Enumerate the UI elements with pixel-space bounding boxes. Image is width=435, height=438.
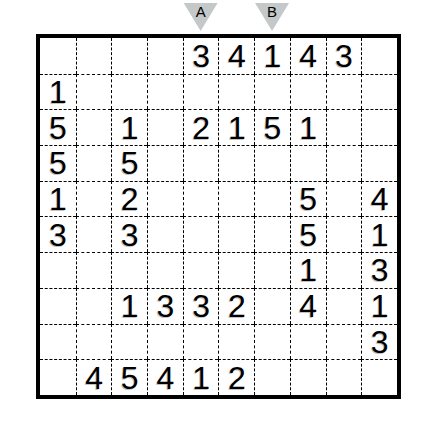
clue-number: 1 xyxy=(371,290,389,322)
cell-r10c2[interactable]: 4 xyxy=(76,359,112,395)
board: 341431512151551254335113133241345412 xyxy=(36,34,401,399)
cell-r1c10[interactable] xyxy=(361,38,397,74)
clue-number: 5 xyxy=(264,112,282,144)
cell-r8c2[interactable] xyxy=(76,288,112,324)
cell-r2c6[interactable] xyxy=(218,74,254,110)
cell-r4c9[interactable] xyxy=(326,145,362,181)
cell-r1c4[interactable] xyxy=(147,38,183,74)
cell-r4c8[interactable] xyxy=(290,145,326,181)
clue-number: 3 xyxy=(157,290,175,322)
clue-number: 3 xyxy=(335,40,353,72)
cell-r2c2[interactable] xyxy=(76,74,112,110)
cell-r8c10[interactable]: 1 xyxy=(361,288,397,324)
cell-r7c5[interactable] xyxy=(183,252,219,288)
cell-r10c9[interactable] xyxy=(326,359,362,395)
cell-r4c10[interactable] xyxy=(361,145,397,181)
cell-r9c3[interactable] xyxy=(111,324,147,360)
cell-r2c1[interactable]: 1 xyxy=(40,74,76,110)
cell-r1c1[interactable] xyxy=(40,38,76,74)
cell-r9c7[interactable] xyxy=(254,324,290,360)
cell-r1c8[interactable]: 4 xyxy=(290,38,326,74)
cell-r8c1[interactable] xyxy=(40,288,76,324)
cell-r8c9[interactable] xyxy=(326,288,362,324)
clue-number: 5 xyxy=(121,362,139,394)
cell-r3c5[interactable]: 2 xyxy=(183,109,219,145)
cell-r7c7[interactable] xyxy=(254,252,290,288)
column-marker-b-arrow-icon: B xyxy=(255,3,289,31)
cell-r5c10[interactable]: 4 xyxy=(361,181,397,217)
cell-r10c6[interactable]: 2 xyxy=(218,359,254,395)
cell-r4c5[interactable] xyxy=(183,145,219,181)
cell-r1c2[interactable] xyxy=(76,38,112,74)
clue-number: 2 xyxy=(121,183,139,215)
cell-r9c8[interactable] xyxy=(290,324,326,360)
cell-r8c8[interactable]: 4 xyxy=(290,288,326,324)
cell-r6c9[interactable] xyxy=(326,216,362,252)
cell-r5c4[interactable] xyxy=(147,181,183,217)
cell-r1c6[interactable]: 4 xyxy=(218,38,254,74)
cell-r6c5[interactable] xyxy=(183,216,219,252)
cell-r1c3[interactable] xyxy=(111,38,147,74)
cell-r8c5[interactable]: 3 xyxy=(183,288,219,324)
cell-r9c5[interactable] xyxy=(183,324,219,360)
puzzle-stage: A B 341431512151551254335113133241345412 xyxy=(0,0,435,438)
cell-r3c2[interactable] xyxy=(76,109,112,145)
cell-r5c6[interactable] xyxy=(218,181,254,217)
clue-number: 3 xyxy=(192,40,210,72)
cell-r3c3[interactable]: 1 xyxy=(111,109,147,145)
column-marker-a-label: A xyxy=(196,3,206,20)
cell-r6c3[interactable]: 3 xyxy=(111,216,147,252)
clue-number: 1 xyxy=(228,112,246,144)
clue-number: 5 xyxy=(49,112,67,144)
clue-number: 5 xyxy=(299,219,317,251)
cell-r4c2[interactable] xyxy=(76,145,112,181)
cell-r9c2[interactable] xyxy=(76,324,112,360)
clue-number: 3 xyxy=(192,290,210,322)
cell-r3c1[interactable]: 5 xyxy=(40,109,76,145)
clue-number: 1 xyxy=(121,112,139,144)
cell-r1c5[interactable]: 3 xyxy=(183,38,219,74)
clue-number: 2 xyxy=(228,290,246,322)
clue-number: 3 xyxy=(371,326,389,358)
cell-r2c10[interactable] xyxy=(361,74,397,110)
clue-number: 4 xyxy=(228,40,246,72)
cell-r5c9[interactable] xyxy=(326,181,362,217)
cell-r9c1[interactable] xyxy=(40,324,76,360)
cell-r5c2[interactable] xyxy=(76,181,112,217)
cell-r9c9[interactable] xyxy=(326,324,362,360)
clue-number: 4 xyxy=(371,183,389,215)
clue-number: 2 xyxy=(228,362,246,394)
cell-r4c4[interactable] xyxy=(147,145,183,181)
clue-number: 1 xyxy=(121,290,139,322)
clue-number: 1 xyxy=(49,183,67,215)
cell-r7c8[interactable]: 1 xyxy=(290,252,326,288)
cell-r8c6[interactable]: 2 xyxy=(218,288,254,324)
cell-r7c6[interactable] xyxy=(218,252,254,288)
cell-r7c2[interactable] xyxy=(76,252,112,288)
cell-r8c4[interactable]: 3 xyxy=(147,288,183,324)
cell-r2c8[interactable] xyxy=(290,74,326,110)
cell-r7c4[interactable] xyxy=(147,252,183,288)
clue-number: 1 xyxy=(192,362,210,394)
cell-r2c3[interactable] xyxy=(111,74,147,110)
clue-number: 5 xyxy=(49,147,67,179)
cell-r3c10[interactable] xyxy=(361,109,397,145)
cell-r3c7[interactable]: 5 xyxy=(254,109,290,145)
clue-number: 1 xyxy=(264,40,282,72)
cell-r8c3[interactable]: 1 xyxy=(111,288,147,324)
cell-r7c3[interactable] xyxy=(111,252,147,288)
clue-number: 4 xyxy=(157,362,175,394)
clue-number: 4 xyxy=(85,362,103,394)
cell-r2c5[interactable] xyxy=(183,74,219,110)
cell-r4c7[interactable] xyxy=(254,145,290,181)
cell-r9c10[interactable]: 3 xyxy=(361,324,397,360)
cell-r2c4[interactable] xyxy=(147,74,183,110)
cell-r6c2[interactable] xyxy=(76,216,112,252)
cell-r4c3[interactable]: 5 xyxy=(111,145,147,181)
clue-number: 1 xyxy=(299,112,317,144)
column-marker-b-label: B xyxy=(267,3,277,20)
cell-r10c5[interactable]: 1 xyxy=(183,359,219,395)
cell-r6c8[interactable]: 5 xyxy=(290,216,326,252)
cell-r6c4[interactable] xyxy=(147,216,183,252)
cell-r10c10[interactable] xyxy=(361,359,397,395)
clue-number: 4 xyxy=(299,290,317,322)
cell-r3c9[interactable] xyxy=(326,109,362,145)
cell-r5c1[interactable]: 1 xyxy=(40,181,76,217)
clue-number: 1 xyxy=(371,219,389,251)
cell-r6c7[interactable] xyxy=(254,216,290,252)
clue-number: 1 xyxy=(299,254,317,286)
cell-r2c7[interactable] xyxy=(254,74,290,110)
cell-r2c9[interactable] xyxy=(326,74,362,110)
cell-r9c6[interactable] xyxy=(218,324,254,360)
clue-number: 4 xyxy=(299,40,317,72)
cell-r10c4[interactable]: 4 xyxy=(147,359,183,395)
cell-r1c9[interactable]: 3 xyxy=(326,38,362,74)
cell-r3c8[interactable]: 1 xyxy=(290,109,326,145)
cell-r5c3[interactable]: 2 xyxy=(111,181,147,217)
cell-r4c6[interactable] xyxy=(218,145,254,181)
clue-number: 3 xyxy=(371,254,389,286)
cell-r10c7[interactable] xyxy=(254,359,290,395)
column-marker-a-arrow-icon: A xyxy=(184,3,218,31)
cell-r8c7[interactable] xyxy=(254,288,290,324)
clue-number: 3 xyxy=(49,219,67,251)
cell-r10c8[interactable] xyxy=(290,359,326,395)
clue-number: 5 xyxy=(299,183,317,215)
cell-r1c7[interactable]: 1 xyxy=(254,38,290,74)
cell-r3c6[interactable]: 1 xyxy=(218,109,254,145)
cell-r5c5[interactable] xyxy=(183,181,219,217)
clue-number: 3 xyxy=(121,219,139,251)
cell-r7c10[interactable]: 3 xyxy=(361,252,397,288)
clue-number: 2 xyxy=(192,112,210,144)
cell-r10c1[interactable] xyxy=(40,359,76,395)
cell-r7c9[interactable] xyxy=(326,252,362,288)
clue-number: 5 xyxy=(121,147,139,179)
cell-r4c1[interactable]: 5 xyxy=(40,145,76,181)
cell-r10c3[interactable]: 5 xyxy=(111,359,147,395)
cell-r6c1[interactable]: 3 xyxy=(40,216,76,252)
cell-r9c4[interactable] xyxy=(147,324,183,360)
clue-number: 1 xyxy=(49,76,67,108)
cell-r3c4[interactable] xyxy=(147,109,183,145)
cell-r7c1[interactable] xyxy=(40,252,76,288)
cell-r5c8[interactable]: 5 xyxy=(290,181,326,217)
cell-r5c7[interactable] xyxy=(254,181,290,217)
cell-r6c10[interactable]: 1 xyxy=(361,216,397,252)
cell-r6c6[interactable] xyxy=(218,216,254,252)
